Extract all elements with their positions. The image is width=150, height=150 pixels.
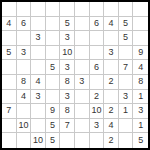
cell-r10c7[interactable] [90,133,105,148]
cell-r6c5[interactable]: 8 [60,75,75,90]
cell-r2c6[interactable] [75,17,90,32]
cell-r10c1[interactable] [2,133,17,148]
cell-r6c2[interactable]: 8 [17,75,32,90]
cell-r7c10[interactable]: 1 [133,90,148,105]
cell-r6c10[interactable]: 8 [133,75,148,90]
cell-r6c4[interactable] [46,75,61,90]
cell-r6c6[interactable]: 3 [75,75,90,90]
cell-r2c8[interactable]: 4 [104,17,119,32]
cell-r9c5[interactable]: 7 [60,119,75,134]
cell-r10c4[interactable]: 5 [46,133,61,148]
cell-r5c2[interactable] [17,60,32,75]
cell-r10c6[interactable] [75,133,90,148]
cell-r10c5[interactable] [60,133,75,148]
cell-r5c9[interactable]: 7 [119,60,134,75]
cell-r9c10[interactable]: 1 [133,119,148,134]
cell-r9c3[interactable] [31,119,46,134]
cell-r3c9[interactable]: 5 [119,31,134,46]
cell-r1c3[interactable] [31,2,46,17]
cell-r7c9[interactable]: 3 [119,90,134,105]
cell-r8c5[interactable]: 8 [60,104,75,119]
cell-r5c8[interactable] [104,60,119,75]
cell-r9c7[interactable]: 3 [90,119,105,134]
cell-r7c1[interactable] [2,90,17,105]
cell-r7c2[interactable]: 4 [17,90,32,105]
cell-r8c6[interactable] [75,104,90,119]
cell-r7c6[interactable] [75,90,90,105]
cell-r7c4[interactable] [46,90,61,105]
cell-r8c1[interactable]: 7 [2,104,17,119]
cell-r9c6[interactable] [75,119,90,134]
cell-r4c3[interactable] [31,46,46,61]
cell-r3c10[interactable] [133,31,148,46]
cell-r4c2[interactable]: 3 [17,46,32,61]
cell-r3c7[interactable] [90,31,105,46]
cell-r5c4[interactable]: 5 [46,60,61,75]
cell-r1c8[interactable] [104,2,119,17]
cell-r5c5[interactable]: 3 [60,60,75,75]
cell-r7c7[interactable]: 2 [90,90,105,105]
cell-r6c1[interactable] [2,75,17,90]
cell-r10c10[interactable]: 5 [133,133,148,148]
cell-r5c3[interactable] [31,60,46,75]
cell-r8c7[interactable]: 10 [90,104,105,119]
sudoku-grid: 4656453355310395367484832843323179810213… [0,0,150,150]
cell-r4c10[interactable]: 9 [133,46,148,61]
cell-r10c2[interactable] [17,133,32,148]
cell-r5c1[interactable] [2,60,17,75]
cell-r9c8[interactable]: 4 [104,119,119,134]
cell-r6c8[interactable]: 2 [104,75,119,90]
cell-r8c4[interactable]: 9 [46,104,61,119]
cell-r1c4[interactable] [46,2,61,17]
cell-r4c5[interactable]: 10 [60,46,75,61]
cell-r10c9[interactable] [119,133,134,148]
cell-r9c1[interactable] [2,119,17,134]
cell-r3c1[interactable] [2,31,17,46]
cell-r2c2[interactable]: 6 [17,17,32,32]
cell-r2c10[interactable] [133,17,148,32]
cell-r3c3[interactable]: 3 [31,31,46,46]
cell-r1c10[interactable] [133,2,148,17]
cell-r1c2[interactable] [17,2,32,17]
cell-r8c8[interactable]: 2 [104,104,119,119]
cell-r3c2[interactable] [17,31,32,46]
cell-r2c7[interactable]: 6 [90,17,105,32]
cell-r5c6[interactable] [75,60,90,75]
cell-r9c4[interactable]: 5 [46,119,61,134]
cell-r3c8[interactable] [104,31,119,46]
cell-r8c3[interactable] [31,104,46,119]
cell-r5c7[interactable]: 6 [90,60,105,75]
cell-r7c8[interactable] [104,90,119,105]
cell-r4c8[interactable]: 3 [104,46,119,61]
cell-r8c2[interactable] [17,104,32,119]
cell-r1c6[interactable] [75,2,90,17]
cell-r2c5[interactable]: 5 [60,17,75,32]
cell-r10c8[interactable]: 2 [104,133,119,148]
cell-r4c6[interactable] [75,46,90,61]
cell-r4c4[interactable] [46,46,61,61]
cell-r6c7[interactable] [90,75,105,90]
cell-r6c9[interactable] [119,75,134,90]
cell-r6c3[interactable]: 4 [31,75,46,90]
cell-r1c7[interactable] [90,2,105,17]
cell-r2c1[interactable]: 4 [2,17,17,32]
cell-r8c9[interactable]: 1 [119,104,134,119]
cell-r9c9[interactable] [119,119,134,134]
cell-r3c5[interactable]: 3 [60,31,75,46]
cell-r3c6[interactable] [75,31,90,46]
cell-r3c4[interactable] [46,31,61,46]
cell-r2c4[interactable] [46,17,61,32]
cell-r1c9[interactable] [119,2,134,17]
cell-r8c10[interactable]: 3 [133,104,148,119]
cell-r1c1[interactable] [2,2,17,17]
cell-r2c3[interactable] [31,17,46,32]
cell-r5c10[interactable]: 4 [133,60,148,75]
cell-r7c3[interactable]: 3 [31,90,46,105]
cell-r10c3[interactable]: 10 [31,133,46,148]
cell-r4c9[interactable] [119,46,134,61]
cell-r1c5[interactable] [60,2,75,17]
cell-r9c2[interactable]: 10 [17,119,32,134]
cell-r2c9[interactable]: 5 [119,17,134,32]
cell-r7c5[interactable]: 3 [60,90,75,105]
cell-r4c1[interactable]: 5 [2,46,17,61]
cell-r4c7[interactable] [90,46,105,61]
